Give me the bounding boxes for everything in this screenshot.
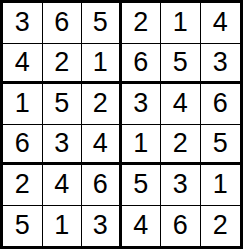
- cell-r5c6[interactable]: 1: [201, 165, 241, 206]
- cell-r2c3[interactable]: 1: [82, 44, 122, 85]
- cell-r3c3[interactable]: 2: [82, 84, 122, 125]
- cell-r4c4[interactable]: 1: [122, 125, 162, 166]
- cell-r3c1[interactable]: 1: [3, 84, 43, 125]
- cell-r4c5[interactable]: 2: [161, 125, 201, 166]
- cell-r3c4[interactable]: 3: [122, 84, 162, 125]
- cell-r5c4[interactable]: 5: [122, 165, 162, 206]
- cell-r1c6[interactable]: 4: [201, 3, 241, 44]
- cell-r1c2[interactable]: 6: [43, 3, 83, 44]
- cell-r4c2[interactable]: 3: [43, 125, 83, 166]
- cell-r1c3[interactable]: 5: [82, 3, 122, 44]
- cell-r2c5[interactable]: 5: [161, 44, 201, 85]
- cell-r5c3[interactable]: 6: [82, 165, 122, 206]
- cell-r4c6[interactable]: 5: [201, 125, 241, 166]
- cell-r3c5[interactable]: 4: [161, 84, 201, 125]
- cell-r3c6[interactable]: 6: [201, 84, 241, 125]
- sudoku-board: 365214421653152346634125246531513462: [0, 0, 243, 249]
- cell-r6c2[interactable]: 1: [43, 206, 83, 247]
- cell-r4c1[interactable]: 6: [3, 125, 43, 166]
- cell-r1c1[interactable]: 3: [3, 3, 43, 44]
- cell-r1c5[interactable]: 1: [161, 3, 201, 44]
- cell-r2c1[interactable]: 4: [3, 44, 43, 85]
- cell-r1c4[interactable]: 2: [122, 3, 162, 44]
- cell-r2c2[interactable]: 2: [43, 44, 83, 85]
- cell-r5c2[interactable]: 4: [43, 165, 83, 206]
- cell-r4c3[interactable]: 4: [82, 125, 122, 166]
- cell-r6c6[interactable]: 2: [201, 206, 241, 247]
- cell-r3c2[interactable]: 5: [43, 84, 83, 125]
- cell-r6c1[interactable]: 5: [3, 206, 43, 247]
- cell-r2c4[interactable]: 6: [122, 44, 162, 85]
- cell-r6c5[interactable]: 6: [161, 206, 201, 247]
- cell-r5c1[interactable]: 2: [3, 165, 43, 206]
- cell-r5c5[interactable]: 3: [161, 165, 201, 206]
- cell-r6c3[interactable]: 3: [82, 206, 122, 247]
- cell-r6c4[interactable]: 4: [122, 206, 162, 247]
- cell-r2c6[interactable]: 3: [201, 44, 241, 85]
